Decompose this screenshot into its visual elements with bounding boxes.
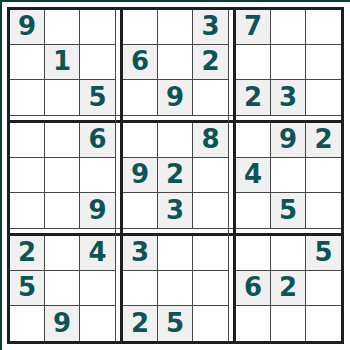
sudoku-board: 915362972369892392452459325562 [7,7,344,344]
cell-r7c2[interactable] [45,236,80,271]
cell-r6c5[interactable]: 3 [158,193,193,228]
cell-r8c9[interactable] [306,271,341,306]
block-divider-vertical [115,236,123,341]
block-9: 562 [236,236,341,341]
cell-r5c2[interactable] [45,158,80,193]
cell-r3c1[interactable] [10,80,45,115]
block-3: 723 [236,10,341,115]
cell-r9c9[interactable] [306,306,341,341]
block-divider-vertical [228,10,236,115]
cell-r4c5[interactable] [158,123,193,158]
cell-r1c4[interactable] [123,10,158,45]
cell-r3c2[interactable] [45,80,80,115]
cell-r3c4[interactable] [123,80,158,115]
cell-r3c3[interactable]: 5 [80,80,115,115]
block-divider-horizontal [123,115,228,123]
cell-r5c6[interactable] [193,158,228,193]
image-top-edge-line [0,0,350,2]
cell-r5c9[interactable] [306,158,341,193]
cell-r1c7[interactable]: 7 [236,10,271,45]
cell-r1c8[interactable] [271,10,306,45]
cell-r8c2[interactable] [45,271,80,306]
block-divider-vertical [115,10,123,115]
cell-r2c3[interactable] [80,45,115,80]
cell-r4c6[interactable]: 8 [193,123,228,158]
cell-r9c8[interactable] [271,306,306,341]
block-divider-horizontal [123,228,228,236]
cell-r5c8[interactable] [271,158,306,193]
cell-r8c6[interactable] [193,271,228,306]
cell-r9c3[interactable] [80,306,115,341]
cell-r2c6[interactable]: 2 [193,45,228,80]
cell-r9c5[interactable]: 5 [158,306,193,341]
cell-r6c3[interactable]: 9 [80,193,115,228]
cell-r3c6[interactable] [193,80,228,115]
block-divider-horizontal [10,115,115,123]
image-left-edge-line [0,0,2,350]
cell-r7c6[interactable] [193,236,228,271]
block-6: 9245 [236,123,341,228]
cell-r2c4[interactable]: 6 [123,45,158,80]
block-divider-vertical [115,123,123,228]
cell-r3c7[interactable]: 2 [236,80,271,115]
block-1: 915 [10,10,115,115]
cell-r7c8[interactable] [271,236,306,271]
block-divider-horizontal [236,115,341,123]
cell-r4c4[interactable] [123,123,158,158]
cell-r7c1[interactable]: 2 [10,236,45,271]
cell-r7c4[interactable]: 3 [123,236,158,271]
cell-r9c4[interactable]: 2 [123,306,158,341]
page: { "game": "sudoku", "grid_size": 9, "pos… [0,0,350,350]
block-8: 325 [123,236,228,341]
block-divider-horizontal [10,228,115,236]
block-divider-cross [115,115,123,123]
cell-r1c2[interactable] [45,10,80,45]
cell-r1c6[interactable]: 3 [193,10,228,45]
cell-r7c5[interactable] [158,236,193,271]
cell-r6c2[interactable] [45,193,80,228]
cell-r8c7[interactable]: 6 [236,271,271,306]
block-divider-vertical [228,123,236,228]
cell-r6c4[interactable] [123,193,158,228]
cell-r3c5[interactable]: 9 [158,80,193,115]
cell-r6c6[interactable] [193,193,228,228]
cell-r4c2[interactable] [45,123,80,158]
cell-r9c2[interactable]: 9 [45,306,80,341]
cell-r8c5[interactable] [158,271,193,306]
cell-r8c8[interactable]: 2 [271,271,306,306]
cell-r4c9[interactable]: 2 [306,123,341,158]
cell-r5c4[interactable]: 9 [123,158,158,193]
cell-r8c1[interactable]: 5 [10,271,45,306]
cell-r2c2[interactable]: 1 [45,45,80,80]
block-4: 69 [10,123,115,228]
cell-r6c1[interactable] [10,193,45,228]
cell-r3c9[interactable] [306,80,341,115]
cell-r9c1[interactable] [10,306,45,341]
cell-r5c5[interactable]: 2 [158,158,193,193]
cell-r1c5[interactable] [158,10,193,45]
cell-r8c4[interactable] [123,271,158,306]
cell-r5c3[interactable] [80,158,115,193]
cell-r1c3[interactable] [80,10,115,45]
cell-r2c9[interactable] [306,45,341,80]
cell-r7c3[interactable]: 4 [80,236,115,271]
cell-r4c7[interactable] [236,123,271,158]
block-5: 8923 [123,123,228,228]
cell-r6c9[interactable] [306,193,341,228]
cell-r1c1[interactable]: 9 [10,10,45,45]
block-divider-horizontal [236,228,341,236]
cell-r2c1[interactable] [10,45,45,80]
cell-r7c7[interactable] [236,236,271,271]
cell-r5c1[interactable] [10,158,45,193]
cell-r3c8[interactable]: 3 [271,80,306,115]
cell-r5c7[interactable]: 4 [236,158,271,193]
cell-r2c8[interactable] [271,45,306,80]
cell-r6c8[interactable]: 5 [271,193,306,228]
cell-r2c7[interactable] [236,45,271,80]
block-divider-cross [228,228,236,236]
block-2: 3629 [123,10,228,115]
block-7: 2459 [10,236,115,341]
cell-r8c3[interactable] [80,271,115,306]
cell-r6c7[interactable] [236,193,271,228]
cell-r4c1[interactable] [10,123,45,158]
cell-r4c3[interactable]: 6 [80,123,115,158]
cell-r4c8[interactable]: 9 [271,123,306,158]
block-divider-cross [228,115,236,123]
cell-r9c6[interactable] [193,306,228,341]
block-divider-vertical [228,236,236,341]
cell-r7c9[interactable]: 5 [306,236,341,271]
cell-r1c9[interactable] [306,10,341,45]
block-divider-cross [115,228,123,236]
cell-r2c5[interactable] [158,45,193,80]
cell-r9c7[interactable] [236,306,271,341]
